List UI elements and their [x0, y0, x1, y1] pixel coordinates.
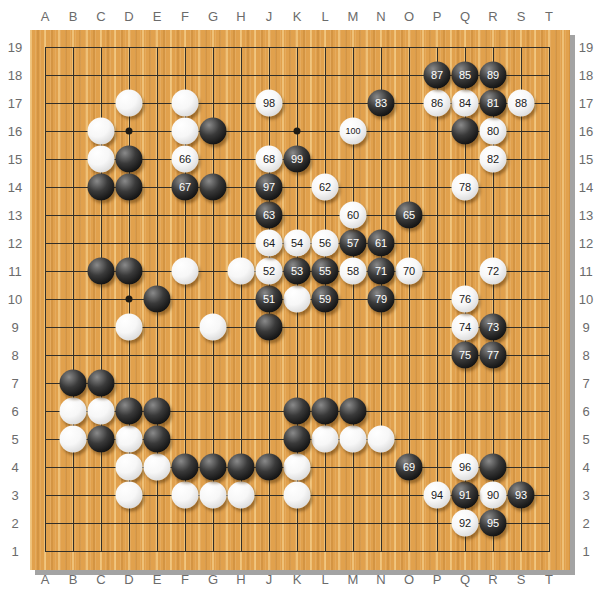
- stone-black-K6: [284, 398, 311, 425]
- stone-white-R15: 82: [480, 146, 507, 173]
- stone-black-S3: 93: [508, 482, 535, 509]
- coord-label-left-9: 9: [11, 320, 18, 335]
- stone-black-P18: 87: [424, 62, 451, 89]
- stone-black-K5: [284, 426, 311, 453]
- coord-label-bottom-F: F: [181, 572, 189, 587]
- stone-black-J4: [256, 454, 283, 481]
- coord-label-left-16: 16: [8, 124, 22, 139]
- stone-black-B7: [60, 370, 87, 397]
- coord-label-right-11: 11: [579, 264, 593, 279]
- coord-label-top-C: C: [96, 9, 105, 24]
- stone-white-F15: 66: [172, 146, 199, 173]
- coord-label-right-14: 14: [579, 180, 593, 195]
- go-board-diagram: 5152535455565758596061626364656667686970…: [0, 0, 600, 600]
- move-number: 67: [179, 182, 191, 193]
- stone-white-F17: [172, 90, 199, 117]
- stone-black-R4: [480, 454, 507, 481]
- stone-white-E4: [144, 454, 171, 481]
- move-number: 65: [403, 210, 415, 221]
- coord-label-right-1: 1: [582, 544, 589, 559]
- coord-label-left-12: 12: [8, 236, 22, 251]
- coord-label-bottom-K: K: [293, 572, 302, 587]
- coord-label-right-2: 2: [582, 516, 589, 531]
- stone-black-F14: 67: [172, 174, 199, 201]
- coord-label-right-8: 8: [582, 348, 589, 363]
- stone-black-K15: 99: [284, 146, 311, 173]
- move-number: 72: [487, 266, 499, 277]
- coord-label-left-10: 10: [8, 292, 22, 307]
- coord-label-left-2: 2: [11, 516, 18, 531]
- coord-label-left-13: 13: [8, 208, 22, 223]
- coord-label-bottom-A: A: [41, 572, 50, 587]
- move-number: 52: [263, 266, 275, 277]
- coord-label-bottom-S: S: [517, 572, 526, 587]
- coord-label-top-G: G: [208, 9, 218, 24]
- stone-white-H11: [228, 258, 255, 285]
- move-number: 88: [515, 98, 527, 109]
- coord-label-right-4: 4: [582, 460, 589, 475]
- move-number: 75: [459, 350, 471, 361]
- move-number: 89: [487, 70, 499, 81]
- move-number: 82: [487, 154, 499, 165]
- coord-label-left-3: 3: [11, 488, 18, 503]
- stone-white-R11: 72: [480, 258, 507, 285]
- coord-label-left-5: 5: [11, 432, 18, 447]
- coord-label-top-J: J: [266, 9, 273, 24]
- coord-label-top-N: N: [376, 9, 385, 24]
- move-number: 99: [291, 154, 303, 165]
- stone-black-E10: [144, 286, 171, 313]
- stone-black-G14: [200, 174, 227, 201]
- stone-white-B6: [60, 398, 87, 425]
- stone-black-L6: [312, 398, 339, 425]
- coord-label-left-1: 1: [11, 544, 18, 559]
- move-number: 60: [347, 210, 359, 221]
- stone-white-Q4: 96: [452, 454, 479, 481]
- move-number: 98: [263, 98, 275, 109]
- stone-white-N5: [368, 426, 395, 453]
- stone-black-Q18: 85: [452, 62, 479, 89]
- stone-black-R17: 81: [480, 90, 507, 117]
- coord-label-left-18: 18: [8, 68, 22, 83]
- stone-black-L10: 59: [312, 286, 339, 313]
- coord-label-top-D: D: [124, 9, 133, 24]
- stone-white-Q10: 76: [452, 286, 479, 313]
- coord-label-left-19: 19: [8, 40, 22, 55]
- stone-white-D9: [116, 314, 143, 341]
- move-number: 87: [431, 70, 443, 81]
- coord-label-left-6: 6: [11, 404, 18, 419]
- stone-white-H3: [228, 482, 255, 509]
- move-number: 71: [375, 266, 387, 277]
- coord-label-right-10: 10: [579, 292, 593, 307]
- stone-black-Q8: 75: [452, 342, 479, 369]
- coord-label-left-15: 15: [8, 152, 22, 167]
- coord-label-top-A: A: [41, 9, 50, 24]
- stone-white-R16: 80: [480, 118, 507, 145]
- move-number: 56: [319, 238, 331, 249]
- stone-black-D6: [116, 398, 143, 425]
- stone-black-N12: 61: [368, 230, 395, 257]
- move-number: 85: [459, 70, 471, 81]
- coord-label-bottom-D: D: [124, 572, 133, 587]
- coord-label-left-11: 11: [8, 264, 22, 279]
- coord-label-left-7: 7: [11, 376, 18, 391]
- stone-white-D5: [116, 426, 143, 453]
- stone-black-K11: 53: [284, 258, 311, 285]
- coord-label-right-16: 16: [579, 124, 593, 139]
- star-point-K16: [294, 128, 301, 135]
- stone-black-D15: [116, 146, 143, 173]
- move-number: 92: [459, 518, 471, 529]
- coord-label-bottom-Q: Q: [460, 572, 470, 587]
- stone-white-B5: [60, 426, 87, 453]
- coord-label-top-F: F: [181, 9, 189, 24]
- coord-label-top-S: S: [517, 9, 526, 24]
- move-number: 77: [487, 350, 499, 361]
- coord-label-right-9: 9: [582, 320, 589, 335]
- coord-label-right-12: 12: [579, 236, 593, 251]
- stone-white-M11: 58: [340, 258, 367, 285]
- move-number: 91: [459, 490, 471, 501]
- move-number: 80: [487, 126, 499, 137]
- stone-black-R8: 77: [480, 342, 507, 369]
- stone-black-O4: 69: [396, 454, 423, 481]
- move-number: 54: [291, 238, 303, 249]
- coord-label-bottom-R: R: [488, 572, 497, 587]
- coord-label-bottom-L: L: [321, 572, 328, 587]
- stone-white-L12: 56: [312, 230, 339, 257]
- stone-white-K3: [284, 482, 311, 509]
- coord-label-bottom-M: M: [348, 572, 359, 587]
- move-number: 66: [179, 154, 191, 165]
- coord-label-bottom-H: H: [236, 572, 245, 587]
- stone-white-J15: 68: [256, 146, 283, 173]
- coord-label-bottom-B: B: [69, 572, 78, 587]
- coord-label-top-P: P: [433, 9, 442, 24]
- move-number: 58: [347, 266, 359, 277]
- go-board[interactable]: 5152535455565758596061626364656667686970…: [30, 30, 570, 570]
- stone-white-L14: 62: [312, 174, 339, 201]
- stone-white-M13: 60: [340, 202, 367, 229]
- move-number: 55: [319, 266, 331, 277]
- move-number: 83: [375, 98, 387, 109]
- stone-white-G9: [200, 314, 227, 341]
- stone-white-Q17: 84: [452, 90, 479, 117]
- coord-label-left-14: 14: [8, 180, 22, 195]
- stone-white-D17: [116, 90, 143, 117]
- coord-label-top-L: L: [321, 9, 328, 24]
- coord-label-top-H: H: [236, 9, 245, 24]
- stone-white-K4: [284, 454, 311, 481]
- coord-label-top-O: O: [404, 9, 414, 24]
- stone-black-N11: 71: [368, 258, 395, 285]
- stone-black-J9: [256, 314, 283, 341]
- move-number: 74: [459, 322, 471, 333]
- coord-label-bottom-G: G: [208, 572, 218, 587]
- move-number: 53: [291, 266, 303, 277]
- move-number: 97: [263, 182, 275, 193]
- stone-white-J12: 64: [256, 230, 283, 257]
- coord-label-bottom-T: T: [545, 572, 553, 587]
- stone-black-E5: [144, 426, 171, 453]
- coord-label-bottom-O: O: [404, 572, 414, 587]
- move-number: 81: [487, 98, 499, 109]
- stone-black-M12: 57: [340, 230, 367, 257]
- move-number: 63: [263, 210, 275, 221]
- move-number: 59: [319, 294, 331, 305]
- move-number: 73: [487, 322, 499, 333]
- move-number: 95: [487, 518, 499, 529]
- stone-white-C6: [88, 398, 115, 425]
- stone-black-L11: 55: [312, 258, 339, 285]
- stone-black-C14: [88, 174, 115, 201]
- coord-label-top-T: T: [545, 9, 553, 24]
- stone-white-L5: [312, 426, 339, 453]
- stone-white-F11: [172, 258, 199, 285]
- stone-white-D3: [116, 482, 143, 509]
- stone-black-J14: 97: [256, 174, 283, 201]
- coord-label-top-E: E: [153, 9, 162, 24]
- coord-label-top-R: R: [488, 9, 497, 24]
- stone-black-C5: [88, 426, 115, 453]
- stone-white-K10: [284, 286, 311, 313]
- coord-label-right-15: 15: [579, 152, 593, 167]
- coord-label-left-17: 17: [8, 96, 22, 111]
- coord-label-top-B: B: [69, 9, 78, 24]
- move-number: 62: [319, 182, 331, 193]
- stone-black-D14: [116, 174, 143, 201]
- coord-label-right-3: 3: [582, 488, 589, 503]
- stone-black-G16: [200, 118, 227, 145]
- coord-label-right-19: 19: [579, 40, 593, 55]
- stone-white-O11: 70: [396, 258, 423, 285]
- stone-black-J10: 51: [256, 286, 283, 313]
- coord-label-bottom-C: C: [96, 572, 105, 587]
- move-number: 68: [263, 154, 275, 165]
- stone-white-J17: 98: [256, 90, 283, 117]
- stone-black-F4: [172, 454, 199, 481]
- move-number: 93: [515, 490, 527, 501]
- coord-label-left-8: 8: [11, 348, 18, 363]
- stone-black-Q3: 91: [452, 482, 479, 509]
- move-number: 86: [431, 98, 443, 109]
- coord-label-bottom-P: P: [433, 572, 442, 587]
- stone-white-M16: 100: [340, 118, 367, 145]
- stone-black-M6: [340, 398, 367, 425]
- move-number: 96: [459, 462, 471, 473]
- coord-label-top-Q: Q: [460, 9, 470, 24]
- move-number: 78: [459, 182, 471, 193]
- move-number: 100: [345, 127, 360, 136]
- stone-black-Q16: [452, 118, 479, 145]
- star-point-D10: [126, 296, 133, 303]
- stone-white-J11: 52: [256, 258, 283, 285]
- move-number: 70: [403, 266, 415, 277]
- stone-black-C11: [88, 258, 115, 285]
- stone-black-E6: [144, 398, 171, 425]
- stone-white-R3: 90: [480, 482, 507, 509]
- coord-label-right-17: 17: [579, 96, 593, 111]
- stone-black-R2: 95: [480, 510, 507, 537]
- stone-white-K12: 54: [284, 230, 311, 257]
- coord-label-right-18: 18: [579, 68, 593, 83]
- move-number: 69: [403, 462, 415, 473]
- move-number: 76: [459, 294, 471, 305]
- coord-label-bottom-E: E: [153, 572, 162, 587]
- stone-white-Q14: 78: [452, 174, 479, 201]
- stone-black-N17: 83: [368, 90, 395, 117]
- coord-label-right-13: 13: [579, 208, 593, 223]
- stone-black-R9: 73: [480, 314, 507, 341]
- stone-white-G3: [200, 482, 227, 509]
- stone-white-Q9: 74: [452, 314, 479, 341]
- stone-white-F3: [172, 482, 199, 509]
- stone-white-C15: [88, 146, 115, 173]
- coord-label-top-K: K: [293, 9, 302, 24]
- move-number: 51: [263, 294, 275, 305]
- stone-black-R18: 89: [480, 62, 507, 89]
- coord-label-bottom-J: J: [266, 572, 273, 587]
- move-number: 57: [347, 238, 359, 249]
- stone-black-D11: [116, 258, 143, 285]
- stone-black-H4: [228, 454, 255, 481]
- move-number: 61: [375, 238, 387, 249]
- coord-label-top-M: M: [348, 9, 359, 24]
- stone-white-S17: 88: [508, 90, 535, 117]
- coord-label-right-7: 7: [582, 376, 589, 391]
- move-number: 79: [375, 294, 387, 305]
- stone-white-C16: [88, 118, 115, 145]
- stone-white-P17: 86: [424, 90, 451, 117]
- stone-black-O13: 65: [396, 202, 423, 229]
- stone-white-P3: 94: [424, 482, 451, 509]
- coord-label-right-6: 6: [582, 404, 589, 419]
- move-number: 84: [459, 98, 471, 109]
- stone-black-G4: [200, 454, 227, 481]
- move-number: 94: [431, 490, 443, 501]
- stone-white-Q2: 92: [452, 510, 479, 537]
- star-point-D16: [126, 128, 133, 135]
- stone-white-F16: [172, 118, 199, 145]
- stone-black-N10: 79: [368, 286, 395, 313]
- coord-label-right-5: 5: [582, 432, 589, 447]
- coord-label-bottom-N: N: [376, 572, 385, 587]
- move-number: 64: [263, 238, 275, 249]
- stone-black-J13: 63: [256, 202, 283, 229]
- stone-white-D4: [116, 454, 143, 481]
- move-number: 90: [487, 490, 499, 501]
- stone-white-M5: [340, 426, 367, 453]
- stone-black-C7: [88, 370, 115, 397]
- coord-label-left-4: 4: [11, 460, 18, 475]
